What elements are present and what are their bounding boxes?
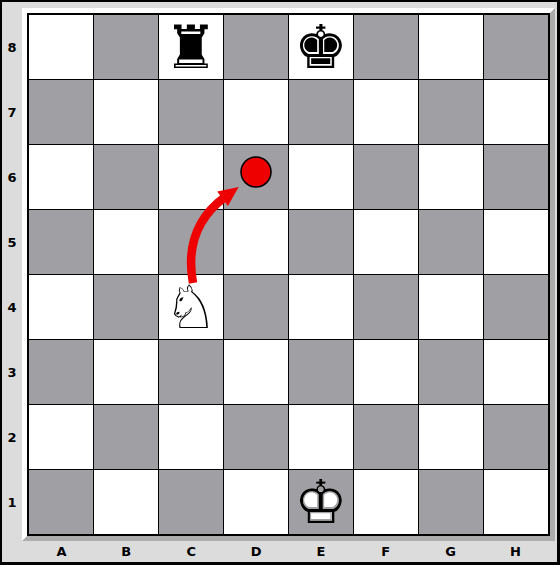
square-a3[interactable] [29,340,93,404]
chess-diagram: 87654321 ♜♚♞♘♚♔ ABCDEFGH [0,0,560,565]
piece-black-king[interactable]: ♚ [289,15,353,79]
square-f2[interactable] [354,405,418,469]
rank-label-5: 5 [2,210,22,275]
square-b6[interactable] [94,145,158,209]
square-c8[interactable]: ♜ [159,15,223,79]
square-b7[interactable] [94,80,158,144]
square-c4[interactable]: ♞♘ [159,275,223,339]
file-label-b: B [94,541,159,562]
square-g1[interactable] [419,470,483,534]
square-f5[interactable] [354,210,418,274]
piece-white-king[interactable]: ♚♔ [289,470,353,534]
square-f4[interactable] [354,275,418,339]
board-bevel-frame: ♜♚♞♘♚♔ [22,8,555,541]
square-e3[interactable] [289,340,353,404]
square-c5[interactable] [159,210,223,274]
rank-label-3: 3 [2,340,22,405]
square-a6[interactable] [29,145,93,209]
square-b8[interactable] [94,15,158,79]
square-e4[interactable] [289,275,353,339]
square-h8[interactable] [484,15,548,79]
rank-label-1: 1 [2,470,22,535]
square-d4[interactable] [224,275,288,339]
square-g8[interactable] [419,15,483,79]
rank-label-6: 6 [2,145,22,210]
square-d1[interactable] [224,470,288,534]
square-a7[interactable] [29,80,93,144]
square-h4[interactable] [484,275,548,339]
square-g5[interactable] [419,210,483,274]
square-g6[interactable] [419,145,483,209]
square-b5[interactable] [94,210,158,274]
square-f6[interactable] [354,145,418,209]
square-d5[interactable] [224,210,288,274]
square-h6[interactable] [484,145,548,209]
black-rook-glyph: ♜ [159,15,223,79]
file-label-g: G [418,541,483,562]
square-d2[interactable] [224,405,288,469]
square-d8[interactable] [224,15,288,79]
square-a4[interactable] [29,275,93,339]
square-b4[interactable] [94,275,158,339]
square-c3[interactable] [159,340,223,404]
square-c1[interactable] [159,470,223,534]
square-e2[interactable] [289,405,353,469]
square-d7[interactable] [224,80,288,144]
square-f3[interactable] [354,340,418,404]
square-h1[interactable] [484,470,548,534]
file-labels: ABCDEFGH [29,541,548,562]
square-b1[interactable] [94,470,158,534]
square-e5[interactable] [289,210,353,274]
square-h3[interactable] [484,340,548,404]
square-b2[interactable] [94,405,158,469]
square-d3[interactable] [224,340,288,404]
file-label-d: D [224,541,289,562]
rank-labels: 87654321 [2,15,22,534]
square-h7[interactable] [484,80,548,144]
white-king-glyph: ♔ [289,470,353,534]
square-f1[interactable] [354,470,418,534]
square-a2[interactable] [29,405,93,469]
file-label-c: C [159,541,224,562]
piece-white-knight[interactable]: ♞♘ [159,275,223,339]
square-d6[interactable] [224,145,288,209]
square-c6[interactable] [159,145,223,209]
square-e1[interactable]: ♚♔ [289,470,353,534]
square-c7[interactable] [159,80,223,144]
chess-board: ♜♚♞♘♚♔ [27,13,550,536]
square-a8[interactable] [29,15,93,79]
square-f8[interactable] [354,15,418,79]
white-knight-glyph: ♘ [159,275,223,339]
square-f7[interactable] [354,80,418,144]
piece-black-rook[interactable]: ♜ [159,15,223,79]
file-label-f: F [353,541,418,562]
rank-label-8: 8 [2,15,22,80]
square-a5[interactable] [29,210,93,274]
rank-label-4: 4 [2,275,22,340]
black-king-glyph: ♚ [289,15,353,79]
file-label-h: H [483,541,548,562]
rank-label-7: 7 [2,80,22,145]
file-label-e: E [289,541,354,562]
square-g3[interactable] [419,340,483,404]
square-c2[interactable] [159,405,223,469]
square-h2[interactable] [484,405,548,469]
file-label-a: A [29,541,94,562]
square-g7[interactable] [419,80,483,144]
square-g4[interactable] [419,275,483,339]
square-h5[interactable] [484,210,548,274]
square-e7[interactable] [289,80,353,144]
square-b3[interactable] [94,340,158,404]
square-g2[interactable] [419,405,483,469]
square-e6[interactable] [289,145,353,209]
square-a1[interactable] [29,470,93,534]
rank-label-2: 2 [2,405,22,470]
square-e8[interactable]: ♚ [289,15,353,79]
